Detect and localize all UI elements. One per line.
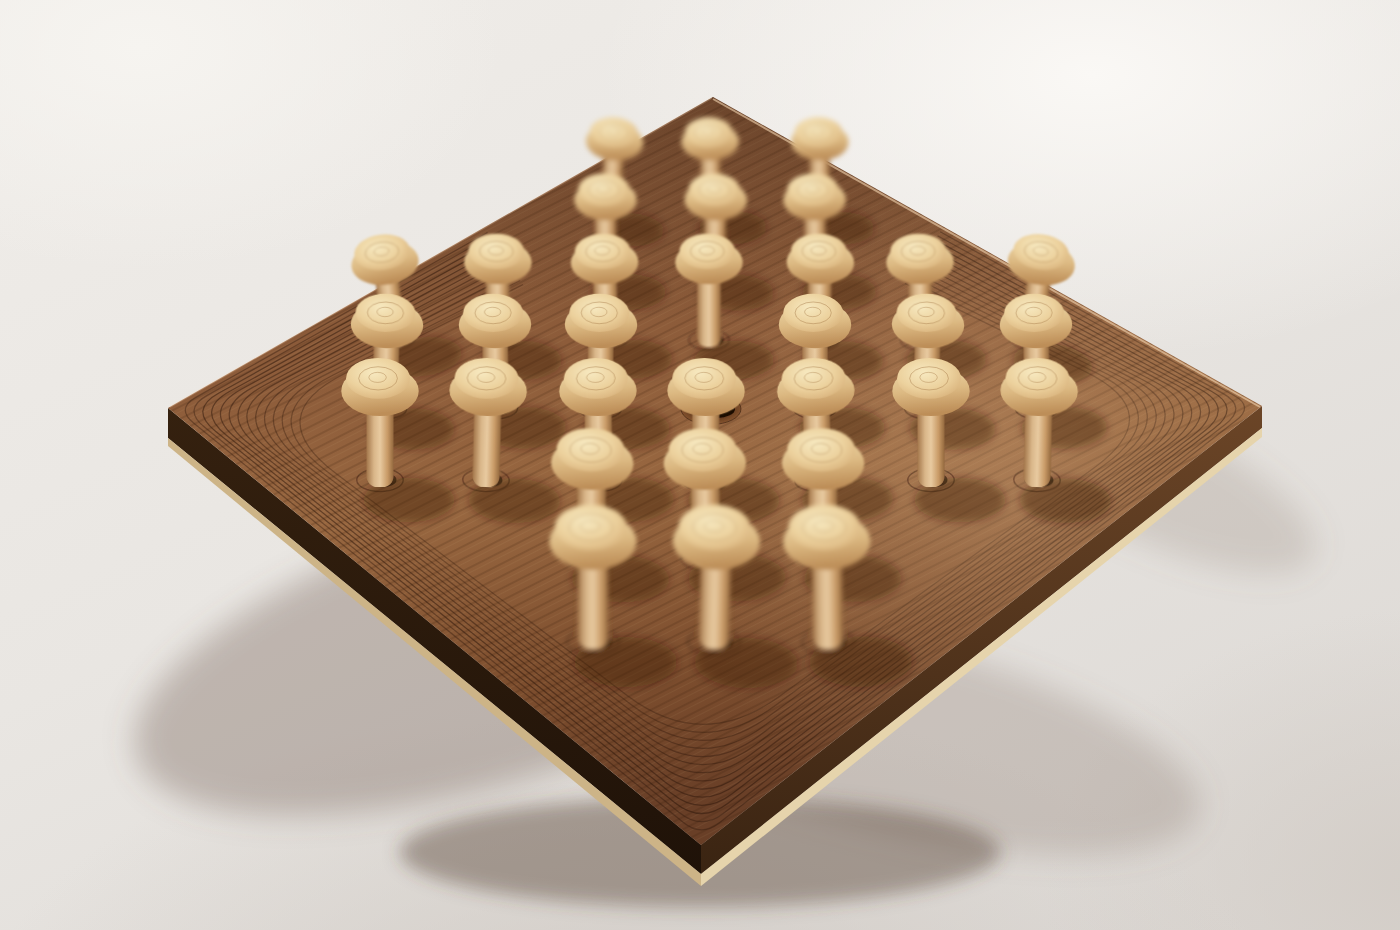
peg-cap-top <box>578 173 630 206</box>
peg-cap-top <box>897 358 961 399</box>
peg-cap-top <box>783 294 843 332</box>
photo-scene <box>0 0 1400 930</box>
peg-solitaire-board-photo <box>0 0 1400 930</box>
peg-cap-top <box>679 234 735 269</box>
peg-cap-top <box>555 504 627 550</box>
peg-cap-top <box>346 358 410 399</box>
